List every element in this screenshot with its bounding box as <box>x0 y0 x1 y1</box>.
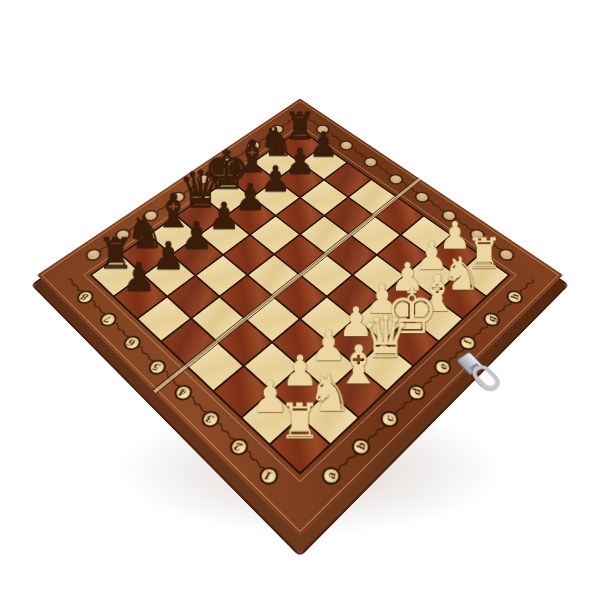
decorative-circle <box>313 122 332 135</box>
white-rook-a1[interactable]: ♜ <box>279 397 322 446</box>
black-pawn-b7[interactable]: ♟ <box>152 236 186 275</box>
product-photo: 87654321 hgfedcba ♜♞♝♛♚♝♞♜♟♟♟♟♟♟♟♟♟♟♟♟♟♟… <box>0 0 600 600</box>
decorative-circle <box>336 138 356 152</box>
decorative-circle <box>244 138 264 152</box>
black-pawn-a7[interactable]: ♟ <box>122 257 156 296</box>
decorative-circle <box>361 155 381 169</box>
board-surface: 87654321 hgfedcba ♜♞♝♛♚♝♞♜♟♟♟♟♟♟♟♟♟♟♟♟♟♟… <box>37 99 563 538</box>
decorative-circle <box>386 172 406 187</box>
scene: 87654321 hgfedcba ♜♞♝♛♚♝♞♜♟♟♟♟♟♟♟♟♟♟♟♟♟♟… <box>0 0 600 600</box>
decorative-circle <box>219 155 239 169</box>
decorative-circle <box>412 189 433 204</box>
decorative-circle <box>439 207 460 223</box>
clasp-loop <box>468 362 504 394</box>
decorative-circle <box>168 189 189 204</box>
decorative-circle <box>268 122 287 135</box>
decorative-circle <box>140 207 161 223</box>
decorative-circle <box>194 172 214 187</box>
